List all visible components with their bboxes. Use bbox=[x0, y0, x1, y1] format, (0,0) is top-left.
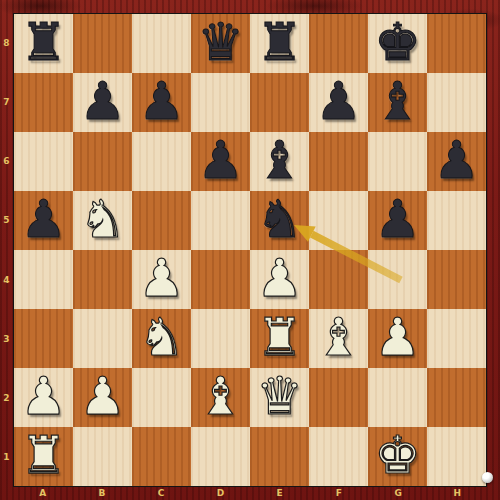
rank-label-5: 5 bbox=[0, 191, 13, 250]
black-pawn-c7[interactable]: ♟ bbox=[138, 75, 185, 127]
square-a1[interactable]: ♜ bbox=[14, 427, 73, 486]
square-g1[interactable]: ♚ bbox=[368, 427, 427, 486]
black-pawn-a5[interactable]: ♟ bbox=[20, 193, 67, 245]
black-queen-d8[interactable]: ♛ bbox=[197, 16, 244, 68]
square-f6[interactable] bbox=[309, 132, 368, 191]
square-e4[interactable]: ♟ bbox=[250, 250, 309, 309]
square-g8[interactable]: ♚ bbox=[368, 14, 427, 73]
white-rook-a1[interactable]: ♜ bbox=[20, 429, 67, 481]
white-pawn-c4[interactable]: ♟ bbox=[138, 252, 185, 304]
chess-board: ♜♛♜♚♟♟♟♝♟♝♟♟♞♞♟♟♟♞♜♝♟♟♟♝♛♜♚ bbox=[13, 13, 487, 487]
white-pawn-a2[interactable]: ♟ bbox=[20, 370, 67, 422]
square-h5[interactable] bbox=[427, 191, 486, 250]
square-g6[interactable] bbox=[368, 132, 427, 191]
square-b5[interactable]: ♞ bbox=[73, 191, 132, 250]
rank-label-1: 1 bbox=[0, 428, 13, 487]
white-pawn-b2[interactable]: ♟ bbox=[79, 370, 126, 422]
square-b4[interactable] bbox=[73, 250, 132, 309]
square-d6[interactable]: ♟ bbox=[191, 132, 250, 191]
file-label-g: G bbox=[369, 486, 428, 500]
square-e3[interactable]: ♜ bbox=[250, 309, 309, 368]
square-h6[interactable]: ♟ bbox=[427, 132, 486, 191]
square-d2[interactable]: ♝ bbox=[191, 368, 250, 427]
black-rook-a8[interactable]: ♜ bbox=[20, 16, 67, 68]
square-h1[interactable] bbox=[427, 427, 486, 486]
rank-label-2: 2 bbox=[0, 369, 13, 428]
square-c1[interactable] bbox=[132, 427, 191, 486]
square-h4[interactable] bbox=[427, 250, 486, 309]
black-pawn-g5[interactable]: ♟ bbox=[374, 193, 421, 245]
black-pawn-h6[interactable]: ♟ bbox=[433, 134, 480, 186]
black-king-g8[interactable]: ♚ bbox=[374, 16, 421, 68]
rank-label-8: 8 bbox=[0, 13, 13, 72]
square-h2[interactable] bbox=[427, 368, 486, 427]
file-label-e: E bbox=[250, 486, 309, 500]
white-king-g1[interactable]: ♚ bbox=[374, 429, 421, 481]
square-d7[interactable] bbox=[191, 73, 250, 132]
black-knight-e5[interactable]: ♞ bbox=[256, 193, 303, 245]
square-f1[interactable] bbox=[309, 427, 368, 486]
square-f8[interactable] bbox=[309, 14, 368, 73]
rank-label-7: 7 bbox=[0, 72, 13, 131]
black-rook-e8[interactable]: ♜ bbox=[256, 16, 303, 68]
square-a3[interactable] bbox=[14, 309, 73, 368]
black-pawn-d6[interactable]: ♟ bbox=[197, 134, 244, 186]
square-e8[interactable]: ♜ bbox=[250, 14, 309, 73]
square-g4[interactable] bbox=[368, 250, 427, 309]
white-bishop-d2[interactable]: ♝ bbox=[197, 370, 244, 422]
file-label-c: C bbox=[132, 486, 191, 500]
square-b6[interactable] bbox=[73, 132, 132, 191]
white-rook-e3[interactable]: ♜ bbox=[256, 311, 303, 363]
square-d3[interactable] bbox=[191, 309, 250, 368]
square-f4[interactable] bbox=[309, 250, 368, 309]
square-b3[interactable] bbox=[73, 309, 132, 368]
square-c4[interactable]: ♟ bbox=[132, 250, 191, 309]
square-f7[interactable]: ♟ bbox=[309, 73, 368, 132]
black-bishop-e6[interactable]: ♝ bbox=[256, 134, 303, 186]
file-labels: ABCDEFGH bbox=[13, 486, 487, 500]
square-b7[interactable]: ♟ bbox=[73, 73, 132, 132]
rank-label-6: 6 bbox=[0, 132, 13, 191]
square-b2[interactable]: ♟ bbox=[73, 368, 132, 427]
square-a4[interactable] bbox=[14, 250, 73, 309]
square-e5[interactable]: ♞ bbox=[250, 191, 309, 250]
square-a6[interactable] bbox=[14, 132, 73, 191]
white-pawn-e4[interactable]: ♟ bbox=[256, 252, 303, 304]
square-d4[interactable] bbox=[191, 250, 250, 309]
file-label-f: F bbox=[309, 486, 368, 500]
square-h7[interactable] bbox=[427, 73, 486, 132]
chessboard-window: ♜♛♜♚♟♟♟♝♟♝♟♟♞♞♟♟♟♞♜♝♟♟♟♝♛♜♚ 87654321 ABC… bbox=[0, 0, 500, 500]
black-pawn-b7[interactable]: ♟ bbox=[79, 75, 126, 127]
square-a5[interactable]: ♟ bbox=[14, 191, 73, 250]
square-b8[interactable] bbox=[73, 14, 132, 73]
white-queen-e2[interactable]: ♛ bbox=[256, 370, 303, 422]
white-bishop-f3[interactable]: ♝ bbox=[315, 311, 362, 363]
square-g3[interactable]: ♟ bbox=[368, 309, 427, 368]
file-label-d: D bbox=[191, 486, 250, 500]
square-d8[interactable]: ♛ bbox=[191, 14, 250, 73]
white-pawn-g3[interactable]: ♟ bbox=[374, 311, 421, 363]
black-pawn-f7[interactable]: ♟ bbox=[315, 75, 362, 127]
square-f5[interactable] bbox=[309, 191, 368, 250]
square-a7[interactable] bbox=[14, 73, 73, 132]
square-h3[interactable] bbox=[427, 309, 486, 368]
square-c8[interactable] bbox=[132, 14, 191, 73]
square-d5[interactable] bbox=[191, 191, 250, 250]
square-e7[interactable] bbox=[250, 73, 309, 132]
file-label-a: A bbox=[13, 486, 72, 500]
file-label-h: H bbox=[428, 486, 487, 500]
white-knight-b5[interactable]: ♞ bbox=[79, 193, 126, 245]
square-c7[interactable]: ♟ bbox=[132, 73, 191, 132]
rank-labels: 87654321 bbox=[0, 13, 13, 487]
square-c6[interactable] bbox=[132, 132, 191, 191]
white-knight-c3[interactable]: ♞ bbox=[138, 311, 185, 363]
square-h8[interactable] bbox=[427, 14, 486, 73]
square-c5[interactable] bbox=[132, 191, 191, 250]
square-d1[interactable] bbox=[191, 427, 250, 486]
rank-label-4: 4 bbox=[0, 250, 13, 309]
square-e6[interactable]: ♝ bbox=[250, 132, 309, 191]
square-c2[interactable] bbox=[132, 368, 191, 427]
square-e1[interactable] bbox=[250, 427, 309, 486]
square-c3[interactable]: ♞ bbox=[132, 309, 191, 368]
square-g7[interactable]: ♝ bbox=[368, 73, 427, 132]
square-g5[interactable]: ♟ bbox=[368, 191, 427, 250]
square-g2[interactable] bbox=[368, 368, 427, 427]
file-label-b: B bbox=[72, 486, 131, 500]
rank-label-3: 3 bbox=[0, 309, 13, 368]
black-bishop-g7[interactable]: ♝ bbox=[374, 75, 421, 127]
square-a8[interactable]: ♜ bbox=[14, 14, 73, 73]
white-to-move-indicator bbox=[482, 472, 493, 483]
square-a2[interactable]: ♟ bbox=[14, 368, 73, 427]
square-f3[interactable]: ♝ bbox=[309, 309, 368, 368]
square-b1[interactable] bbox=[73, 427, 132, 486]
square-f2[interactable] bbox=[309, 368, 368, 427]
square-e2[interactable]: ♛ bbox=[250, 368, 309, 427]
